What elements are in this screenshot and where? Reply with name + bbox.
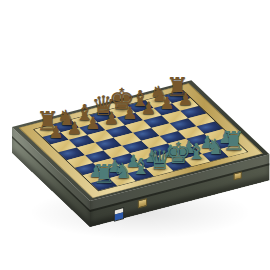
chess-set-product-photo: ♜♞♟♝♟♚♟♛♟♝♟♞♟♜♟♟♟♟♜♟♞♟♝♟♚♟♛♟♝♟♞♜ (0, 0, 270, 270)
piece-white-rook[interactable]: ♜ (90, 161, 118, 187)
case-latch-icon (234, 171, 242, 180)
case-latch-icon (138, 198, 147, 208)
brand-plate-bottom (115, 212, 123, 220)
piece-black-pawn[interactable]: ♟ (42, 124, 70, 141)
